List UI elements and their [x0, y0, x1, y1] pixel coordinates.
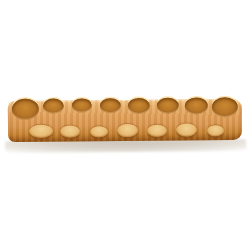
- back-cell-5: [128, 100, 150, 114]
- front-pit-row: [8, 119, 242, 142]
- front-cell-3: [90, 126, 108, 137]
- front-cell-7: [207, 125, 224, 136]
- back-pit-3: [72, 98, 92, 112]
- back-cell-3: [72, 100, 92, 112]
- back-cell-8: [212, 99, 238, 117]
- front-cell-5: [147, 125, 167, 137]
- front-pit-5: [147, 125, 167, 137]
- back-cell-7: [185, 99, 208, 114]
- back-pit-2: [43, 99, 64, 114]
- back-cell-6: [157, 100, 179, 114]
- mancala-log: [8, 99, 242, 142]
- back-cell-2: [43, 101, 64, 114]
- mancala-board: [0, 0, 250, 250]
- back-pit-8: [212, 97, 238, 117]
- front-pit-6: [176, 123, 197, 136]
- front-pit-2: [60, 125, 80, 137]
- front-pit-4: [117, 124, 138, 137]
- front-pit-3: [90, 126, 108, 137]
- back-cell-4: [100, 100, 121, 113]
- front-cell-4: [117, 124, 138, 137]
- back-pit-row: [8, 99, 242, 122]
- front-pit-1: [29, 125, 53, 138]
- back-pit-1: [12, 99, 39, 120]
- front-cell-1: [29, 125, 53, 138]
- front-cell-6: [176, 123, 197, 136]
- back-pit-4: [100, 98, 121, 113]
- front-pit-7: [207, 125, 224, 136]
- back-pit-6: [157, 98, 179, 114]
- back-pit-5: [128, 98, 150, 114]
- back-cell-1: [12, 101, 39, 120]
- product-photo-scene: [0, 0, 250, 250]
- front-cell-2: [60, 125, 80, 137]
- back-pit-7: [185, 97, 208, 114]
